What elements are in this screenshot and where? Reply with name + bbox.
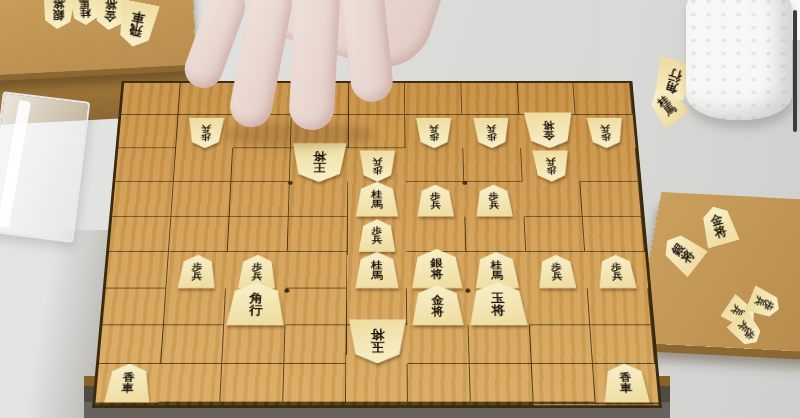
board-cell <box>109 216 171 251</box>
piece-kanji: 兵 <box>200 124 211 132</box>
board-cell <box>106 252 169 288</box>
shogi-piece-歩兵[interactable]: 歩兵 <box>416 118 452 148</box>
shogi-piece-金将[interactable]: 金将 <box>523 112 573 148</box>
board-cell <box>221 363 285 402</box>
board-cell <box>289 182 348 217</box>
piece-kanji: 歩 <box>429 133 439 141</box>
board-cell <box>283 363 346 402</box>
board-cell <box>99 325 163 363</box>
board-square-2-6: 歩兵 <box>166 252 228 288</box>
shogi-piece-歩兵[interactable]: 歩兵 <box>475 185 513 217</box>
piece-kanji: 角 <box>249 292 263 304</box>
shogi-piece-香車[interactable]: 香車 <box>104 363 152 402</box>
piece-kanji: 兵 <box>552 271 563 280</box>
board-cell <box>121 83 180 115</box>
piece-kanji: 将 <box>370 329 384 341</box>
board-cell <box>102 288 166 325</box>
board-cell <box>346 363 409 402</box>
board-square-5-8: 玉将 <box>346 325 408 363</box>
piece-kanji: 馬 <box>491 270 503 280</box>
piece-kanji: 兵 <box>429 124 439 132</box>
board-square-5-6: 桂馬 <box>347 252 407 288</box>
shogi-piece-歩兵[interactable]: 歩兵 <box>187 118 224 148</box>
board-cell <box>95 404 158 405</box>
dark-edge <box>793 10 797 132</box>
piece-kanji: 将 <box>105 0 118 11</box>
piece-kanji: 馬 <box>371 199 382 209</box>
board-grid: 歩兵歩兵歩兵金将歩兵王将歩兵歩兵桂馬歩兵歩兵歩兵歩兵歩兵桂馬銀将桂馬歩兵歩兵角行… <box>92 81 662 408</box>
board-cell <box>591 325 655 363</box>
piece-kanji: 兵 <box>486 124 496 132</box>
board-square-6-7: 金将 <box>407 288 468 325</box>
piece-kanji: 車 <box>620 383 633 394</box>
board-cell <box>228 216 289 251</box>
board-cell <box>517 83 575 115</box>
board-square-1-9: 香車 <box>95 363 160 402</box>
board-square-7-7: 玉将 <box>467 288 529 325</box>
board-square-9-2: 歩兵 <box>576 115 636 148</box>
board-cell <box>287 252 348 288</box>
shogi-scene: 歩兵歩兵歩兵金将歩兵王将歩兵歩兵桂馬歩兵歩兵歩兵歩兵歩兵桂馬銀将桂馬歩兵歩兵角行… <box>0 0 800 418</box>
piece-kanji: 金 <box>542 130 554 140</box>
board-cell <box>405 83 462 115</box>
board-cell <box>528 288 591 325</box>
shogi-piece-銀将[interactable]: 銀将 <box>412 249 463 288</box>
board-cell <box>581 182 642 217</box>
piece-kanji: 兵 <box>191 271 202 280</box>
shogi-piece-歩兵[interactable]: 歩兵 <box>532 151 570 182</box>
board-cell <box>230 182 290 217</box>
board-cell <box>465 216 526 251</box>
piece-kanji: 歩 <box>545 166 556 175</box>
piece-kanji: 馬 <box>371 270 383 280</box>
board-cell <box>578 148 639 182</box>
board-cell <box>173 148 233 182</box>
shogi-piece-金将[interactable]: 金将 <box>412 285 464 325</box>
shogi-piece-歩兵[interactable]: 歩兵 <box>473 118 510 148</box>
board-square-7-4: 歩兵 <box>464 182 524 217</box>
piece-kanji: 金 <box>103 10 116 23</box>
shogi-piece-歩兵[interactable]: 歩兵 <box>537 255 576 288</box>
piece-kanji: 兵 <box>600 124 611 132</box>
board-cell <box>158 363 223 402</box>
board-cell <box>583 216 645 251</box>
shogi-board[interactable]: 歩兵歩兵歩兵金将歩兵王将歩兵歩兵桂馬歩兵歩兵歩兵歩兵歩兵桂馬銀将桂馬歩兵歩兵角行… <box>92 81 662 408</box>
shogi-piece-玉将[interactable]: 玉将 <box>348 319 406 363</box>
piece-kanji: 兵 <box>545 158 556 167</box>
piece-kanji: 行 <box>667 68 683 84</box>
piece-kanji: 歩 <box>200 133 211 141</box>
board-square-8-6: 歩兵 <box>526 252 588 288</box>
piece-kanji: 銀 <box>52 9 65 22</box>
piece-kanji: 王 <box>313 162 326 173</box>
board-cell <box>533 403 596 404</box>
board-square-4-3: 王将 <box>290 148 348 182</box>
board-cell <box>471 404 534 405</box>
board-cell <box>163 288 226 325</box>
piece-kanji: 金 <box>431 294 444 305</box>
piece-kanji: 兵 <box>430 200 440 209</box>
piece-kanji: 兵 <box>489 200 500 209</box>
board-cell <box>285 288 346 325</box>
board-cell <box>112 182 173 217</box>
shogi-piece-歩兵[interactable]: 歩兵 <box>587 118 625 148</box>
board-cell <box>530 325 594 363</box>
board-cell <box>161 325 225 363</box>
board-square-3-7: 角行 <box>224 288 286 325</box>
piece-kanji: 歩 <box>601 133 612 141</box>
board-cell <box>158 404 221 405</box>
shogi-piece-歩兵[interactable]: 歩兵 <box>597 255 637 288</box>
board-square-6-4: 歩兵 <box>406 182 465 217</box>
piece-kanji: 歩 <box>372 166 382 175</box>
hand-finger <box>288 0 341 131</box>
board-square-7-2: 歩兵 <box>462 115 520 148</box>
shogi-piece-桂馬[interactable]: 桂馬 <box>356 182 398 217</box>
board-cell <box>115 148 176 182</box>
board-cell <box>408 404 471 405</box>
shogi-piece-歩兵[interactable]: 歩兵 <box>417 185 454 217</box>
piece-kanji: 歩 <box>486 133 496 141</box>
board-cell <box>524 216 585 251</box>
board-cell <box>288 216 348 251</box>
shogi-piece-歩兵[interactable]: 歩兵 <box>359 151 395 182</box>
piece-kanji: 車 <box>121 383 134 394</box>
board-cell <box>470 363 534 402</box>
piece-kanji: 兵 <box>372 236 382 245</box>
board-square-9-6: 歩兵 <box>585 252 648 288</box>
piece-kanji: 車 <box>131 10 146 25</box>
board-cell <box>588 288 652 325</box>
piece-kanji: 将 <box>431 268 444 279</box>
shogi-piece-歩兵[interactable]: 歩兵 <box>177 255 216 288</box>
shogi-piece-玉将[interactable]: 玉将 <box>469 282 528 325</box>
shogi-piece-桂馬[interactable]: 桂馬 <box>355 252 398 288</box>
piece-kanji: 将 <box>431 305 444 316</box>
board-cell <box>469 325 532 363</box>
board-square-8-2: 金将 <box>519 115 578 148</box>
shogi-piece-香車[interactable]: 香車 <box>602 363 650 402</box>
board-cell <box>346 404 409 405</box>
board-cell <box>408 363 471 402</box>
piece-kanji: 桂 <box>80 7 92 19</box>
paper-roll <box>686 0 792 120</box>
piece-kanji: 馬 <box>663 103 678 118</box>
board-cell <box>283 404 346 405</box>
shogi-piece-角行[interactable]: 角行 <box>226 282 285 325</box>
board-square-6-2: 歩兵 <box>405 115 463 148</box>
board-square-8-3: 歩兵 <box>521 148 581 182</box>
piece-kanji: 兵 <box>251 271 262 280</box>
board-cell <box>574 83 633 115</box>
shogi-piece-王将[interactable]: 王将 <box>291 143 346 182</box>
piece-kanji: 将 <box>53 0 66 10</box>
board-square-6-6: 銀将 <box>407 252 468 288</box>
board-cell <box>463 148 522 182</box>
board-square-5-3: 歩兵 <box>348 148 406 182</box>
board-cell <box>284 325 346 363</box>
piece-kanji: 行 <box>249 304 263 316</box>
board-cell <box>223 325 286 363</box>
board-cell <box>461 83 519 115</box>
shogi-piece-歩兵[interactable]: 歩兵 <box>359 219 396 252</box>
piece-kanji: 将 <box>713 224 728 239</box>
piece-kanji: 玉 <box>370 341 384 353</box>
piece-kanji: 兵 <box>372 158 382 167</box>
piece-kanji: 将 <box>491 304 505 316</box>
board-cell <box>118 115 178 148</box>
board-cell <box>522 182 583 217</box>
piece-kanji: 玉 <box>491 292 505 304</box>
board-square-5-5: 歩兵 <box>347 216 407 251</box>
board-cell <box>596 403 659 404</box>
piece-kanji: 兵 <box>612 271 623 280</box>
board-cell <box>220 404 283 405</box>
piece-kanji: 将 <box>542 120 554 130</box>
board-cell <box>406 148 465 182</box>
board-cell <box>169 216 230 251</box>
board-cell <box>408 325 470 363</box>
board-cell <box>531 363 596 402</box>
board-cell <box>171 182 232 217</box>
board-cell <box>232 148 291 182</box>
board-cell <box>406 216 466 251</box>
piece-kanji: 馬 <box>79 0 91 7</box>
piece-kanji: 将 <box>313 151 326 162</box>
board-square-5-4: 桂馬 <box>348 182 407 217</box>
board-square-9-9: 香車 <box>593 363 658 402</box>
